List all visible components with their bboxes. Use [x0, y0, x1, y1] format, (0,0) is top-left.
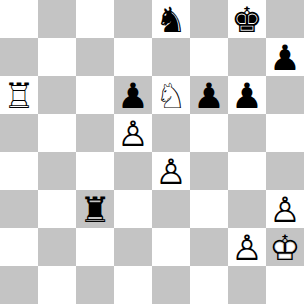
square-g3[interactable]	[228, 190, 266, 228]
piece-white-pawn: ♟♙	[266, 191, 304, 228]
piece-white-pawn: ♟♙	[228, 229, 266, 266]
square-d7[interactable]	[114, 38, 152, 76]
square-a5[interactable]	[0, 114, 38, 152]
square-g5[interactable]	[228, 114, 266, 152]
square-a7[interactable]	[0, 38, 38, 76]
square-b5[interactable]	[38, 114, 76, 152]
piece-black-pawn: ♟	[266, 39, 304, 76]
square-g1[interactable]	[228, 266, 266, 304]
piece-white-king: ♚♔	[266, 229, 304, 266]
square-b6[interactable]	[38, 76, 76, 114]
square-h7[interactable]: ♟	[266, 38, 304, 76]
square-g8[interactable]: ♚	[228, 0, 266, 38]
square-h2[interactable]: ♚♔	[266, 228, 304, 266]
piece-black-rook: ♜	[76, 191, 114, 228]
square-c2[interactable]	[76, 228, 114, 266]
piece-black-knight: ♞	[152, 1, 190, 38]
piece-white-pawn: ♟♙	[152, 153, 190, 190]
square-c4[interactable]	[76, 152, 114, 190]
square-f5[interactable]	[190, 114, 228, 152]
square-a4[interactable]	[0, 152, 38, 190]
square-c3[interactable]: ♜	[76, 190, 114, 228]
square-e8[interactable]: ♞	[152, 0, 190, 38]
square-d4[interactable]	[114, 152, 152, 190]
piece-white-rook: ♜♖	[0, 77, 38, 114]
square-e6[interactable]: ♞♘	[152, 76, 190, 114]
square-d1[interactable]	[114, 266, 152, 304]
square-g4[interactable]	[228, 152, 266, 190]
square-c8[interactable]	[76, 0, 114, 38]
piece-black-king: ♚	[228, 1, 266, 38]
square-c6[interactable]	[76, 76, 114, 114]
square-d3[interactable]	[114, 190, 152, 228]
square-a2[interactable]	[0, 228, 38, 266]
square-f7[interactable]	[190, 38, 228, 76]
piece-black-pawn: ♟	[114, 77, 152, 114]
square-f4[interactable]	[190, 152, 228, 190]
square-h8[interactable]	[266, 0, 304, 38]
square-e3[interactable]	[152, 190, 190, 228]
square-d2[interactable]	[114, 228, 152, 266]
square-c7[interactable]	[76, 38, 114, 76]
piece-outline-layer: ♘	[152, 77, 190, 114]
square-e7[interactable]	[152, 38, 190, 76]
square-c1[interactable]	[76, 266, 114, 304]
square-g2[interactable]: ♟♙	[228, 228, 266, 266]
square-e4[interactable]: ♟♙	[152, 152, 190, 190]
piece-outline-layer: ♔	[266, 229, 304, 266]
piece-outline-layer: ♙	[152, 153, 190, 190]
square-a8[interactable]	[0, 0, 38, 38]
square-f6[interactable]: ♟	[190, 76, 228, 114]
square-f1[interactable]	[190, 266, 228, 304]
chess-board: ♞♚♟♜♖♟♞♘♟♟♟♙♟♙♜♟♙♟♙♚♔	[0, 0, 304, 304]
square-d5[interactable]: ♟♙	[114, 114, 152, 152]
square-b7[interactable]	[38, 38, 76, 76]
square-f2[interactable]	[190, 228, 228, 266]
piece-black-pawn: ♟	[190, 77, 228, 114]
piece-black-pawn: ♟	[228, 77, 266, 114]
piece-white-knight: ♞♘	[152, 77, 190, 114]
piece-white-pawn: ♟♙	[114, 115, 152, 152]
square-e5[interactable]	[152, 114, 190, 152]
square-b1[interactable]	[38, 266, 76, 304]
square-e1[interactable]	[152, 266, 190, 304]
square-h1[interactable]	[266, 266, 304, 304]
square-g6[interactable]: ♟	[228, 76, 266, 114]
piece-outline-layer: ♙	[266, 191, 304, 228]
square-f8[interactable]	[190, 0, 228, 38]
square-e2[interactable]	[152, 228, 190, 266]
square-b2[interactable]	[38, 228, 76, 266]
square-g7[interactable]	[228, 38, 266, 76]
piece-outline-layer: ♙	[114, 115, 152, 152]
square-h5[interactable]	[266, 114, 304, 152]
square-b3[interactable]	[38, 190, 76, 228]
square-a1[interactable]	[0, 266, 38, 304]
square-f3[interactable]	[190, 190, 228, 228]
square-d8[interactable]	[114, 0, 152, 38]
square-b8[interactable]	[38, 0, 76, 38]
square-d6[interactable]: ♟	[114, 76, 152, 114]
square-h4[interactable]	[266, 152, 304, 190]
square-a3[interactable]	[0, 190, 38, 228]
square-a6[interactable]: ♜♖	[0, 76, 38, 114]
piece-outline-layer: ♖	[0, 77, 38, 114]
square-b4[interactable]	[38, 152, 76, 190]
square-c5[interactable]	[76, 114, 114, 152]
piece-outline-layer: ♙	[228, 229, 266, 266]
square-h3[interactable]: ♟♙	[266, 190, 304, 228]
square-h6[interactable]	[266, 76, 304, 114]
